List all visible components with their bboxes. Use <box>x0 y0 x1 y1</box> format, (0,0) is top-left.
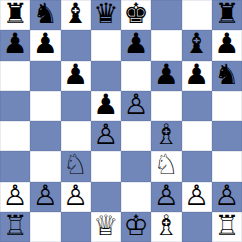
square-e1[interactable]: ♔ <box>121 212 151 242</box>
piece-black-pawn[interactable]: ♟ <box>124 30 149 59</box>
square-h5[interactable] <box>212 91 242 121</box>
square-f4[interactable]: ♗ <box>151 121 181 151</box>
piece-black-king[interactable]: ♚ <box>124 0 149 29</box>
square-a1[interactable]: ♖ <box>0 212 30 242</box>
square-e6[interactable] <box>121 61 151 91</box>
square-d7[interactable] <box>91 30 121 60</box>
piece-white-pawn[interactable]: ♙ <box>63 182 88 211</box>
square-b6[interactable] <box>30 61 60 91</box>
square-c4[interactable] <box>61 121 91 151</box>
piece-black-knight[interactable]: ♞ <box>214 61 239 90</box>
square-f1[interactable]: ♗ <box>151 212 181 242</box>
piece-black-pawn[interactable]: ♟ <box>93 91 118 120</box>
square-e3[interactable] <box>121 151 151 181</box>
square-d6[interactable] <box>91 61 121 91</box>
piece-black-pawn[interactable]: ♟ <box>3 30 28 59</box>
square-b7[interactable]: ♟ <box>30 30 60 60</box>
square-f8[interactable] <box>151 0 181 30</box>
square-g7[interactable]: ♝ <box>182 30 212 60</box>
square-g8[interactable] <box>182 0 212 30</box>
piece-white-knight[interactable]: ♘ <box>154 151 179 180</box>
square-e2[interactable] <box>121 182 151 212</box>
square-g1[interactable] <box>182 212 212 242</box>
square-d1[interactable]: ♕ <box>91 212 121 242</box>
piece-black-pawn[interactable]: ♟ <box>184 61 209 90</box>
square-f6[interactable]: ♟ <box>151 61 181 91</box>
square-b3[interactable] <box>30 151 60 181</box>
square-c3[interactable]: ♘ <box>61 151 91 181</box>
piece-white-king[interactable]: ♔ <box>124 212 149 241</box>
square-a6[interactable] <box>0 61 30 91</box>
piece-black-bishop[interactable]: ♝ <box>184 30 209 59</box>
piece-black-pawn[interactable]: ♟ <box>214 30 239 59</box>
piece-white-rook[interactable]: ♖ <box>3 212 28 241</box>
square-c8[interactable]: ♝ <box>61 0 91 30</box>
square-e4[interactable] <box>121 121 151 151</box>
square-d2[interactable] <box>91 182 121 212</box>
square-g4[interactable] <box>182 121 212 151</box>
square-h3[interactable] <box>212 151 242 181</box>
piece-black-pawn[interactable]: ♟ <box>63 61 88 90</box>
square-f3[interactable]: ♘ <box>151 151 181 181</box>
square-g6[interactable]: ♟ <box>182 61 212 91</box>
piece-black-pawn[interactable]: ♟ <box>33 30 58 59</box>
square-a4[interactable] <box>0 121 30 151</box>
piece-white-pawn[interactable]: ♙ <box>214 182 239 211</box>
piece-black-queen[interactable]: ♛ <box>93 0 118 29</box>
square-c7[interactable] <box>61 30 91 60</box>
square-c2[interactable]: ♙ <box>61 182 91 212</box>
square-f5[interactable] <box>151 91 181 121</box>
square-d8[interactable]: ♛ <box>91 0 121 30</box>
square-g2[interactable]: ♙ <box>182 182 212 212</box>
piece-white-pawn[interactable]: ♙ <box>3 182 28 211</box>
piece-white-pawn[interactable]: ♙ <box>154 182 179 211</box>
square-b4[interactable] <box>30 121 60 151</box>
square-d5[interactable]: ♟ <box>91 91 121 121</box>
piece-black-rook[interactable]: ♜ <box>3 0 28 29</box>
piece-black-knight[interactable]: ♞ <box>33 0 58 29</box>
square-e8[interactable]: ♚ <box>121 0 151 30</box>
square-b5[interactable] <box>30 91 60 121</box>
square-h4[interactable] <box>212 121 242 151</box>
square-a2[interactable]: ♙ <box>0 182 30 212</box>
square-b2[interactable]: ♙ <box>30 182 60 212</box>
piece-white-pawn[interactable]: ♙ <box>33 182 58 211</box>
square-c5[interactable] <box>61 91 91 121</box>
piece-white-bishop[interactable]: ♗ <box>154 212 179 241</box>
piece-black-bishop[interactable]: ♝ <box>63 0 88 29</box>
square-h6[interactable]: ♞ <box>212 61 242 91</box>
piece-black-pawn[interactable]: ♟ <box>154 61 179 90</box>
square-a5[interactable] <box>0 91 30 121</box>
square-f2[interactable]: ♙ <box>151 182 181 212</box>
square-g3[interactable] <box>182 151 212 181</box>
square-h1[interactable]: ♖ <box>212 212 242 242</box>
square-c6[interactable]: ♟ <box>61 61 91 91</box>
square-a7[interactable]: ♟ <box>0 30 30 60</box>
piece-white-pawn[interactable]: ♙ <box>184 182 209 211</box>
piece-white-queen[interactable]: ♕ <box>93 212 118 241</box>
square-a8[interactable]: ♜ <box>0 0 30 30</box>
square-b8[interactable]: ♞ <box>30 0 60 30</box>
square-h7[interactable]: ♟ <box>212 30 242 60</box>
square-b1[interactable] <box>30 212 60 242</box>
square-a3[interactable] <box>0 151 30 181</box>
piece-black-rook[interactable]: ♜ <box>214 0 239 29</box>
square-d4[interactable]: ♙ <box>91 121 121 151</box>
square-h2[interactable]: ♙ <box>212 182 242 212</box>
piece-white-bishop[interactable]: ♗ <box>154 121 179 150</box>
square-f7[interactable] <box>151 30 181 60</box>
piece-white-rook[interactable]: ♖ <box>214 212 239 241</box>
piece-white-pawn[interactable]: ♙ <box>93 121 118 150</box>
piece-white-pawn[interactable]: ♙ <box>124 91 149 120</box>
square-g5[interactable] <box>182 91 212 121</box>
chess-board: ♜♞♝♛♚♜♟♟♟♝♟♟♟♟♞♟♙♙♗♘♘♙♙♙♙♙♙♖♕♔♗♖ <box>0 0 242 242</box>
square-h8[interactable]: ♜ <box>212 0 242 30</box>
square-e7[interactable]: ♟ <box>121 30 151 60</box>
square-e5[interactable]: ♙ <box>121 91 151 121</box>
square-c1[interactable] <box>61 212 91 242</box>
square-d3[interactable] <box>91 151 121 181</box>
piece-white-knight[interactable]: ♘ <box>63 151 88 180</box>
